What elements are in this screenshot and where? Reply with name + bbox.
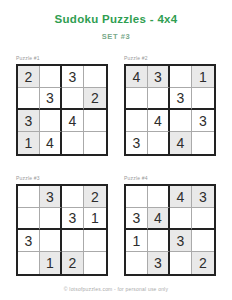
cell-given: 4 [148,208,170,230]
cell-empty [126,110,148,132]
cell-given: 3 [148,252,170,274]
cell-given: 3 [170,88,192,110]
cell-empty [40,230,62,252]
cell-given: 3 [170,230,192,252]
cell-given: 3 [148,66,170,88]
cell-empty [126,186,148,208]
puzzle-grid: 3231312 [16,184,108,276]
cell-empty [170,208,192,230]
cell-given: 3 [62,208,84,230]
cell-empty [192,230,214,252]
cell-given: 1 [126,230,148,252]
cell-given: 2 [84,88,106,110]
cell-given: 4 [170,186,192,208]
cell-given: 3 [62,66,84,88]
cell-given: 4 [62,110,84,132]
cell-given: 4 [126,66,148,88]
cell-given: 4 [170,132,192,154]
puzzle-block-1: Puzzle #1 23323414 [16,55,108,156]
cell-given: 3 [126,208,148,230]
cell-empty [170,110,192,132]
puzzle-grid: 23323414 [16,64,108,156]
cell-given: 2 [62,252,84,274]
cell-given: 3 [126,132,148,154]
cell-empty [40,208,62,230]
puzzle-grid: 43341332 [124,184,216,276]
cell-empty [170,66,192,88]
cell-empty [40,66,62,88]
cell-given: 1 [84,208,106,230]
cell-empty [84,66,106,88]
cell-given: 3 [18,230,40,252]
cell-empty [62,186,84,208]
cell-empty [18,252,40,274]
cell-empty [192,132,214,154]
cell-given: 1 [18,132,40,154]
puzzle-block-4: Puzzle #4 43341332 [124,175,216,276]
puzzle-block-2: Puzzle #2 43134334 [124,55,216,156]
cell-empty [84,132,106,154]
cell-given: 2 [192,252,214,274]
puzzle-label: Puzzle #3 [16,175,108,181]
cell-empty [84,110,106,132]
cell-empty [148,132,170,154]
cell-empty [148,230,170,252]
cell-given: 3 [40,186,62,208]
cell-empty [192,208,214,230]
cell-empty [18,208,40,230]
cell-empty [192,88,214,110]
set-number: SET #3 [0,32,232,41]
cell-given: 3 [192,186,214,208]
cell-given: 3 [40,88,62,110]
puzzle-label: Puzzle #2 [124,55,216,61]
cell-empty [126,88,148,110]
cell-empty [170,252,192,274]
footer-copyright: © lotsofpuzzles.com - for personal use o… [0,286,232,292]
cell-empty [148,88,170,110]
cell-empty [40,110,62,132]
cell-given: 1 [40,252,62,274]
cell-empty [148,186,170,208]
cell-empty [18,88,40,110]
cell-empty [84,230,106,252]
cell-empty [84,252,106,274]
cell-given: 2 [18,66,40,88]
worksheet-page: Sudoku Puzzles - 4x4 SET #3 Puzzle #1 23… [0,0,232,300]
puzzle-label: Puzzle #1 [16,55,108,61]
cell-empty [18,186,40,208]
cell-empty [126,252,148,274]
cell-given: 3 [18,110,40,132]
cell-given: 4 [40,132,62,154]
page-title: Sudoku Puzzles - 4x4 [0,13,232,25]
puzzle-block-3: Puzzle #3 3231312 [16,175,108,276]
cell-given: 2 [84,186,106,208]
cell-given: 3 [192,110,214,132]
cell-empty [62,88,84,110]
cell-empty [62,132,84,154]
puzzle-grid: 43134334 [124,64,216,156]
puzzle-label: Puzzle #4 [124,175,216,181]
cell-given: 1 [192,66,214,88]
cell-given: 4 [148,110,170,132]
cell-empty [62,230,84,252]
